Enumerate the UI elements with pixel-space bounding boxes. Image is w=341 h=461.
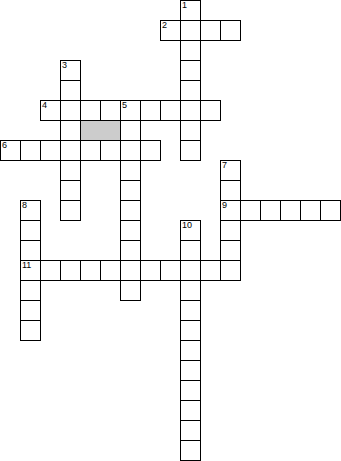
crossword-cell[interactable] [120,160,141,181]
crossword-cell[interactable] [20,320,41,341]
crossword-cell[interactable] [60,180,81,201]
crossword-cell[interactable] [180,340,201,361]
crossword-cell[interactable] [120,280,141,301]
crossword-cell[interactable] [180,440,201,461]
crossword-cell[interactable] [140,260,161,281]
crossword-cell[interactable] [180,20,201,41]
crossword-cell[interactable] [180,60,201,81]
crossword-cell[interactable] [180,40,201,61]
crossword-cell[interactable] [100,260,121,281]
crossword-cell[interactable] [20,140,41,161]
crossword-cell[interactable] [220,180,241,201]
crossword-cell[interactable] [60,100,81,121]
crossword-cell[interactable] [60,260,81,281]
crossword-cell[interactable] [20,280,41,301]
crossword-cell[interactable] [20,200,41,221]
crossword-cell[interactable] [220,200,241,221]
crossword-cell[interactable] [180,380,201,401]
crossword-cell[interactable] [160,20,181,41]
crossword-cell[interactable] [180,80,201,101]
crossword-cell[interactable] [180,140,201,161]
crossword-cell[interactable] [320,200,341,221]
crossword-cell[interactable] [240,200,261,221]
crossword-cell[interactable] [200,100,221,121]
crossword-cell[interactable] [140,140,161,161]
crossword-cell[interactable] [260,200,281,221]
crossword-cell[interactable] [60,160,81,181]
crossword-cell[interactable] [60,200,81,221]
crossword-cell[interactable] [180,100,201,121]
crossword-cell[interactable] [20,220,41,241]
crossword-cell[interactable] [180,320,201,341]
crossword-cell[interactable] [40,100,61,121]
crossword-cell[interactable] [20,260,41,281]
crossword-cell[interactable] [220,20,241,41]
crossword-cell[interactable] [60,140,81,161]
crossword-cell[interactable] [220,160,241,181]
crossword-cell[interactable] [180,120,201,141]
crossword-cell[interactable] [200,260,221,281]
shaded-cell[interactable] [80,120,121,141]
crossword-cell[interactable] [180,240,201,261]
crossword-cell[interactable] [220,240,241,261]
crossword-cell[interactable] [120,100,141,121]
crossword-cell[interactable] [20,300,41,321]
crossword-cell[interactable] [140,100,161,121]
crossword-cell[interactable] [180,260,201,281]
crossword-cell[interactable] [160,100,181,121]
crossword-cell[interactable] [200,20,221,41]
crossword-cell[interactable] [220,220,241,241]
crossword-cell[interactable] [180,0,201,21]
crossword-cell[interactable] [120,120,141,141]
crossword-cell[interactable] [0,140,21,161]
crossword-cell[interactable] [120,200,141,221]
crossword-cell[interactable] [60,120,81,141]
crossword-grid: 1234567891011 [0,0,341,461]
crossword-cell[interactable] [40,140,61,161]
crossword-cell[interactable] [100,140,121,161]
crossword-cell[interactable] [300,200,321,221]
crossword-cell[interactable] [180,360,201,381]
crossword-cell[interactable] [80,100,101,121]
crossword-cell[interactable] [80,260,101,281]
crossword-cell[interactable] [180,400,201,421]
crossword-cell[interactable] [120,180,141,201]
crossword-cell[interactable] [180,220,201,241]
crossword-cell[interactable] [160,260,181,281]
crossword-cell[interactable] [180,420,201,441]
crossword-cell[interactable] [40,260,61,281]
crossword-cell[interactable] [60,80,81,101]
crossword-cell[interactable] [120,140,141,161]
crossword-cell[interactable] [120,260,141,281]
crossword-cell[interactable] [220,260,241,281]
crossword-cell[interactable] [100,100,121,121]
crossword-cell[interactable] [20,240,41,261]
crossword-cell[interactable] [280,200,301,221]
crossword-cell[interactable] [180,300,201,321]
crossword-cell[interactable] [60,60,81,81]
crossword-cell[interactable] [120,220,141,241]
crossword-cell[interactable] [120,240,141,261]
crossword-cell[interactable] [180,280,201,301]
crossword-cell[interactable] [80,140,101,161]
